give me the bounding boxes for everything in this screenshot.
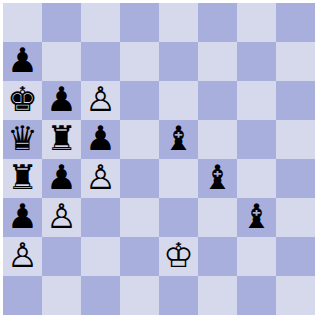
black-pawn[interactable]: ♟ xyxy=(85,119,115,158)
square-c5[interactable]: ♟ xyxy=(81,120,120,159)
square-d3[interactable] xyxy=(120,198,159,237)
square-a3[interactable]: ♟ xyxy=(3,198,42,237)
square-f8[interactable] xyxy=(198,3,237,42)
black-rook[interactable]: ♜ xyxy=(46,119,76,158)
square-h2[interactable] xyxy=(276,237,315,276)
square-b5[interactable]: ♜ xyxy=(42,120,81,159)
white-pawn[interactable]: ♙ xyxy=(85,80,115,119)
square-e3[interactable] xyxy=(159,198,198,237)
square-e2[interactable]: ♔ xyxy=(159,237,198,276)
square-c1[interactable] xyxy=(81,276,120,315)
square-f1[interactable] xyxy=(198,276,237,315)
square-e4[interactable] xyxy=(159,159,198,198)
black-bishop[interactable]: ♝ xyxy=(241,197,271,236)
square-a4[interactable]: ♜ xyxy=(3,159,42,198)
square-g7[interactable] xyxy=(237,42,276,81)
square-c8[interactable] xyxy=(81,3,120,42)
black-bishop[interactable]: ♝ xyxy=(202,158,232,197)
square-e8[interactable] xyxy=(159,3,198,42)
square-b7[interactable] xyxy=(42,42,81,81)
square-d6[interactable] xyxy=(120,81,159,120)
chess-board: ♟♚♟♙♛♜♟♝♜♟♙♝♟♙♝♙♔ xyxy=(3,3,315,315)
square-d1[interactable] xyxy=(120,276,159,315)
square-d8[interactable] xyxy=(120,3,159,42)
square-g4[interactable] xyxy=(237,159,276,198)
square-g3[interactable]: ♝ xyxy=(237,198,276,237)
square-f3[interactable] xyxy=(198,198,237,237)
white-king[interactable]: ♔ xyxy=(163,236,193,275)
square-h3[interactable] xyxy=(276,198,315,237)
square-h7[interactable] xyxy=(276,42,315,81)
square-b6[interactable]: ♟ xyxy=(42,81,81,120)
square-a7[interactable]: ♟ xyxy=(3,42,42,81)
square-g6[interactable] xyxy=(237,81,276,120)
square-f6[interactable] xyxy=(198,81,237,120)
black-pawn[interactable]: ♟ xyxy=(7,197,37,236)
square-f7[interactable] xyxy=(198,42,237,81)
square-g5[interactable] xyxy=(237,120,276,159)
white-pawn[interactable]: ♙ xyxy=(85,158,115,197)
square-c3[interactable] xyxy=(81,198,120,237)
square-h5[interactable] xyxy=(276,120,315,159)
square-a6[interactable]: ♚ xyxy=(3,81,42,120)
square-f4[interactable]: ♝ xyxy=(198,159,237,198)
square-f2[interactable] xyxy=(198,237,237,276)
black-pawn[interactable]: ♟ xyxy=(7,41,37,80)
square-c6[interactable]: ♙ xyxy=(81,81,120,120)
black-king[interactable]: ♚ xyxy=(7,80,37,119)
square-e5[interactable]: ♝ xyxy=(159,120,198,159)
square-h4[interactable] xyxy=(276,159,315,198)
black-rook[interactable]: ♜ xyxy=(7,158,37,197)
square-c4[interactable]: ♙ xyxy=(81,159,120,198)
square-c2[interactable] xyxy=(81,237,120,276)
square-d7[interactable] xyxy=(120,42,159,81)
black-bishop[interactable]: ♝ xyxy=(163,119,193,158)
square-a5[interactable]: ♛ xyxy=(3,120,42,159)
square-b3[interactable]: ♙ xyxy=(42,198,81,237)
square-h1[interactable] xyxy=(276,276,315,315)
chessboard-image: ♟♚♟♙♛♜♟♝♜♟♙♝♟♙♝♙♔ xyxy=(0,0,320,319)
black-pawn[interactable]: ♟ xyxy=(46,158,76,197)
square-g8[interactable] xyxy=(237,3,276,42)
square-a1[interactable] xyxy=(3,276,42,315)
white-pawn[interactable]: ♙ xyxy=(46,197,76,236)
square-b1[interactable] xyxy=(42,276,81,315)
square-b4[interactable]: ♟ xyxy=(42,159,81,198)
square-d2[interactable] xyxy=(120,237,159,276)
square-h6[interactable] xyxy=(276,81,315,120)
square-f5[interactable] xyxy=(198,120,237,159)
square-a2[interactable]: ♙ xyxy=(3,237,42,276)
square-h8[interactable] xyxy=(276,3,315,42)
square-d5[interactable] xyxy=(120,120,159,159)
square-g2[interactable] xyxy=(237,237,276,276)
square-a8[interactable] xyxy=(3,3,42,42)
white-pawn[interactable]: ♙ xyxy=(7,236,37,275)
square-e7[interactable] xyxy=(159,42,198,81)
square-c7[interactable] xyxy=(81,42,120,81)
black-queen[interactable]: ♛ xyxy=(7,119,37,158)
square-g1[interactable] xyxy=(237,276,276,315)
square-e6[interactable] xyxy=(159,81,198,120)
black-pawn[interactable]: ♟ xyxy=(46,80,76,119)
square-e1[interactable] xyxy=(159,276,198,315)
square-d4[interactable] xyxy=(120,159,159,198)
square-b2[interactable] xyxy=(42,237,81,276)
square-b8[interactable] xyxy=(42,3,81,42)
